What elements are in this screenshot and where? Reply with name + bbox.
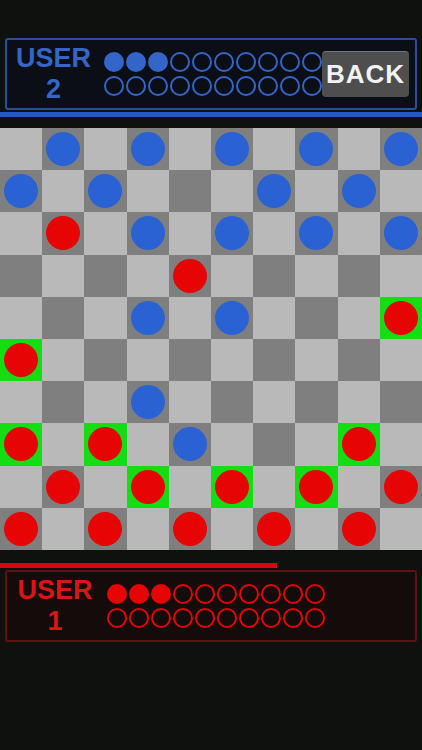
square-r6c4[interactable] <box>127 339 169 381</box>
red-piece[interactable] <box>173 512 207 546</box>
captured-dot-empty <box>173 584 193 604</box>
captured-dot-empty <box>195 584 215 604</box>
player1-label: USER 1 <box>11 575 99 637</box>
square-r2c1[interactable] <box>0 170 42 212</box>
player2-captured-dots <box>104 52 322 96</box>
square-r2c9[interactable] <box>338 170 380 212</box>
square-r2c5[interactable] <box>169 170 211 212</box>
player1-dots-row2 <box>107 608 325 628</box>
blue-piece[interactable] <box>131 216 165 250</box>
square-r7c2[interactable] <box>42 381 84 423</box>
square-r4c8[interactable] <box>295 255 337 297</box>
blue-piece[interactable] <box>215 301 249 335</box>
square-r7c8[interactable] <box>295 381 337 423</box>
square-r8c7[interactable] <box>253 423 295 465</box>
square-r4c4[interactable] <box>127 255 169 297</box>
captured-dot-empty <box>104 76 124 96</box>
square-r1c7[interactable] <box>253 128 295 170</box>
square-r2c2[interactable] <box>42 170 84 212</box>
player2-number: 2 <box>11 74 96 105</box>
square-r6c6[interactable] <box>211 339 253 381</box>
player2-dots-row2 <box>104 76 322 96</box>
square-r6c8[interactable] <box>295 339 337 381</box>
captured-dot-empty <box>217 608 237 628</box>
square-r4c6[interactable] <box>211 255 253 297</box>
blue-piece[interactable] <box>384 132 418 166</box>
square-r7c3[interactable] <box>84 381 126 423</box>
captured-dot-empty <box>173 608 193 628</box>
red-piece[interactable] <box>299 470 333 504</box>
red-piece[interactable] <box>342 512 376 546</box>
captured-dot-empty <box>280 52 300 72</box>
square-r1c1[interactable] <box>0 128 42 170</box>
blue-timer-bar <box>0 112 422 117</box>
square-r4c3[interactable] <box>84 255 126 297</box>
square-r7c5[interactable] <box>169 381 211 423</box>
red-piece[interactable] <box>342 427 376 461</box>
square-r1c4[interactable] <box>127 128 169 170</box>
square-r9c2[interactable] <box>42 466 84 508</box>
square-r5c4[interactable] <box>127 297 169 339</box>
square-r5c8[interactable] <box>295 297 337 339</box>
captured-dot-empty <box>129 608 149 628</box>
square-r5c7[interactable] <box>253 297 295 339</box>
red-timer-bar <box>0 563 277 568</box>
red-piece[interactable] <box>88 427 122 461</box>
square-r8c1[interactable] <box>0 423 42 465</box>
captured-dot-empty <box>239 584 259 604</box>
square-r3c8[interactable] <box>295 212 337 254</box>
blue-piece[interactable] <box>4 174 38 208</box>
square-r2c7[interactable] <box>253 170 295 212</box>
red-piece[interactable] <box>4 427 38 461</box>
square-r10c5[interactable] <box>169 508 211 550</box>
square-r4c5[interactable] <box>169 255 211 297</box>
captured-dot-filled <box>104 52 124 72</box>
red-piece[interactable] <box>384 470 418 504</box>
captured-dot-empty <box>302 76 322 96</box>
red-piece[interactable] <box>215 470 249 504</box>
captured-dot-empty <box>170 76 190 96</box>
square-r8c9[interactable] <box>338 423 380 465</box>
captured-dot-empty <box>236 76 256 96</box>
red-piece[interactable] <box>46 470 80 504</box>
captured-dot-empty <box>261 584 281 604</box>
captured-dot-empty <box>261 608 281 628</box>
square-r8c4[interactable] <box>127 423 169 465</box>
captured-dot-empty <box>258 52 278 72</box>
square-r6c7[interactable] <box>253 339 295 381</box>
player2-panel: USER 2 BACK <box>5 38 417 110</box>
square-r4c2[interactable] <box>42 255 84 297</box>
blue-piece[interactable] <box>131 132 165 166</box>
square-r3c1[interactable] <box>0 212 42 254</box>
square-r4c1[interactable] <box>0 255 42 297</box>
square-r8c6[interactable] <box>211 423 253 465</box>
red-piece[interactable] <box>46 216 80 250</box>
square-r10c6[interactable] <box>211 508 253 550</box>
square-r2c4[interactable] <box>127 170 169 212</box>
square-r2c10[interactable] <box>380 170 422 212</box>
square-r1c3[interactable] <box>84 128 126 170</box>
red-piece[interactable] <box>173 259 207 293</box>
captured-dot-empty <box>302 52 322 72</box>
red-piece[interactable] <box>384 301 418 335</box>
blue-piece[interactable] <box>342 174 376 208</box>
square-r5c6[interactable] <box>211 297 253 339</box>
square-r9c6[interactable] <box>211 466 253 508</box>
player2-name: USER <box>11 43 96 74</box>
square-r9c5[interactable] <box>169 466 211 508</box>
square-r3c7[interactable] <box>253 212 295 254</box>
blue-piece[interactable] <box>88 174 122 208</box>
square-r8c3[interactable] <box>84 423 126 465</box>
captured-dot-empty <box>151 608 171 628</box>
square-r2c6[interactable] <box>211 170 253 212</box>
square-r9c10[interactable] <box>380 466 422 508</box>
blue-piece[interactable] <box>384 216 418 250</box>
blue-piece[interactable] <box>173 427 207 461</box>
square-r1c5[interactable] <box>169 128 211 170</box>
status-bar-area <box>0 0 422 38</box>
square-r5c3[interactable] <box>84 297 126 339</box>
captured-dot-empty <box>192 52 212 72</box>
square-r3c3[interactable] <box>84 212 126 254</box>
captured-dot-empty <box>214 52 234 72</box>
square-r2c3[interactable] <box>84 170 126 212</box>
square-r5c9[interactable] <box>338 297 380 339</box>
captured-dot-empty <box>305 584 325 604</box>
square-r7c4[interactable] <box>127 381 169 423</box>
captured-dot-empty <box>258 76 278 96</box>
player1-panel: USER 1 <box>5 570 417 642</box>
red-piece[interactable] <box>131 470 165 504</box>
square-r5c5[interactable] <box>169 297 211 339</box>
board[interactable] <box>0 128 422 550</box>
red-piece[interactable] <box>88 512 122 546</box>
back-button[interactable]: BACK <box>322 51 409 97</box>
square-r7c7[interactable] <box>253 381 295 423</box>
square-r4c9[interactable] <box>338 255 380 297</box>
square-r1c6[interactable] <box>211 128 253 170</box>
square-r3c5[interactable] <box>169 212 211 254</box>
captured-dot-empty <box>283 584 303 604</box>
square-r10c7[interactable] <box>253 508 295 550</box>
captured-dot-empty <box>170 52 190 72</box>
captured-dot-empty <box>148 76 168 96</box>
square-r10c4[interactable] <box>127 508 169 550</box>
square-r3c6[interactable] <box>211 212 253 254</box>
captured-dot-filled <box>129 584 149 604</box>
red-piece[interactable] <box>4 512 38 546</box>
blue-piece[interactable] <box>131 385 165 419</box>
square-r8c10[interactable] <box>380 423 422 465</box>
square-r1c10[interactable] <box>380 128 422 170</box>
square-r4c7[interactable] <box>253 255 295 297</box>
square-r5c10[interactable] <box>380 297 422 339</box>
blue-piece[interactable] <box>46 132 80 166</box>
player1-number: 1 <box>11 606 99 637</box>
square-r3c10[interactable] <box>380 212 422 254</box>
square-r1c2[interactable] <box>42 128 84 170</box>
square-r7c6[interactable] <box>211 381 253 423</box>
captured-dot-filled <box>151 584 171 604</box>
captured-dot-empty <box>280 76 300 96</box>
blue-piece[interactable] <box>257 174 291 208</box>
square-r7c1[interactable] <box>0 381 42 423</box>
captured-dot-empty <box>107 608 127 628</box>
square-r10c8[interactable] <box>295 508 337 550</box>
player2-dots-row1 <box>104 52 322 72</box>
red-piece[interactable] <box>257 512 291 546</box>
square-r9c3[interactable] <box>84 466 126 508</box>
captured-dot-filled <box>148 52 168 72</box>
player1-name: USER <box>11 575 99 606</box>
blue-piece[interactable] <box>131 301 165 335</box>
red-piece[interactable] <box>4 343 38 377</box>
square-r8c5[interactable] <box>169 423 211 465</box>
blue-piece[interactable] <box>215 132 249 166</box>
captured-dot-empty <box>195 608 215 628</box>
square-r5c1[interactable] <box>0 297 42 339</box>
captured-dot-empty <box>305 608 325 628</box>
square-r1c8[interactable] <box>295 128 337 170</box>
square-r7c10[interactable] <box>380 381 422 423</box>
captured-dot-empty <box>239 608 259 628</box>
square-r6c10[interactable] <box>380 339 422 381</box>
square-r2c8[interactable] <box>295 170 337 212</box>
square-r6c1[interactable] <box>0 339 42 381</box>
square-r6c3[interactable] <box>84 339 126 381</box>
square-r10c9[interactable] <box>338 508 380 550</box>
captured-dot-empty <box>236 52 256 72</box>
player1-captured-dots <box>107 584 325 628</box>
captured-dot-empty <box>283 608 303 628</box>
square-r3c9[interactable] <box>338 212 380 254</box>
square-r10c1[interactable] <box>0 508 42 550</box>
captured-dot-filled <box>107 584 127 604</box>
square-r4c10[interactable] <box>380 255 422 297</box>
square-r3c2[interactable] <box>42 212 84 254</box>
player1-dots-row1 <box>107 584 325 604</box>
captured-dot-empty <box>214 76 234 96</box>
square-r10c2[interactable] <box>42 508 84 550</box>
square-r6c9[interactable] <box>338 339 380 381</box>
blue-piece[interactable] <box>299 216 333 250</box>
captured-dot-empty <box>192 76 212 96</box>
square-r8c2[interactable] <box>42 423 84 465</box>
captured-dot-filled <box>126 52 146 72</box>
square-r6c2[interactable] <box>42 339 84 381</box>
player2-label: USER 2 <box>11 43 96 105</box>
captured-dot-empty <box>217 584 237 604</box>
square-r9c9[interactable] <box>338 466 380 508</box>
square-r9c1[interactable] <box>0 466 42 508</box>
square-r9c8[interactable] <box>295 466 337 508</box>
square-r5c2[interactable] <box>42 297 84 339</box>
square-r6c5[interactable] <box>169 339 211 381</box>
blue-piece[interactable] <box>215 216 249 250</box>
blue-piece[interactable] <box>299 132 333 166</box>
square-r9c7[interactable] <box>253 466 295 508</box>
square-r9c4[interactable] <box>127 466 169 508</box>
square-r10c10[interactable] <box>380 508 422 550</box>
square-r1c9[interactable] <box>338 128 380 170</box>
square-r7c9[interactable] <box>338 381 380 423</box>
square-r10c3[interactable] <box>84 508 126 550</box>
square-r8c8[interactable] <box>295 423 337 465</box>
square-r3c4[interactable] <box>127 212 169 254</box>
captured-dot-empty <box>126 76 146 96</box>
